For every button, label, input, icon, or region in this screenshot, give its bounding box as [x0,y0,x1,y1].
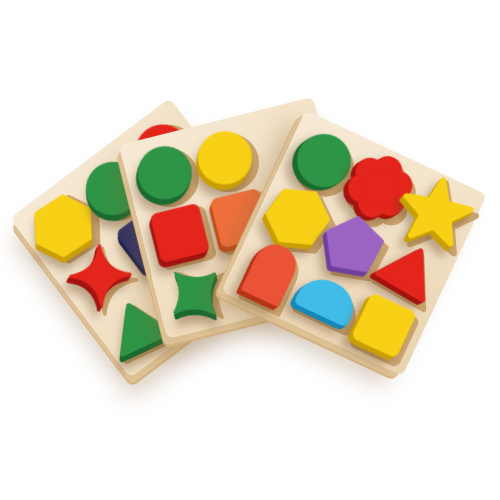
piece-green-circle[interactable] [130,139,199,207]
piece-red-star4[interactable] [68,243,132,307]
product-photo [0,0,500,500]
star4-icon [68,243,132,307]
piece-yellow-circle[interactable] [191,124,260,192]
